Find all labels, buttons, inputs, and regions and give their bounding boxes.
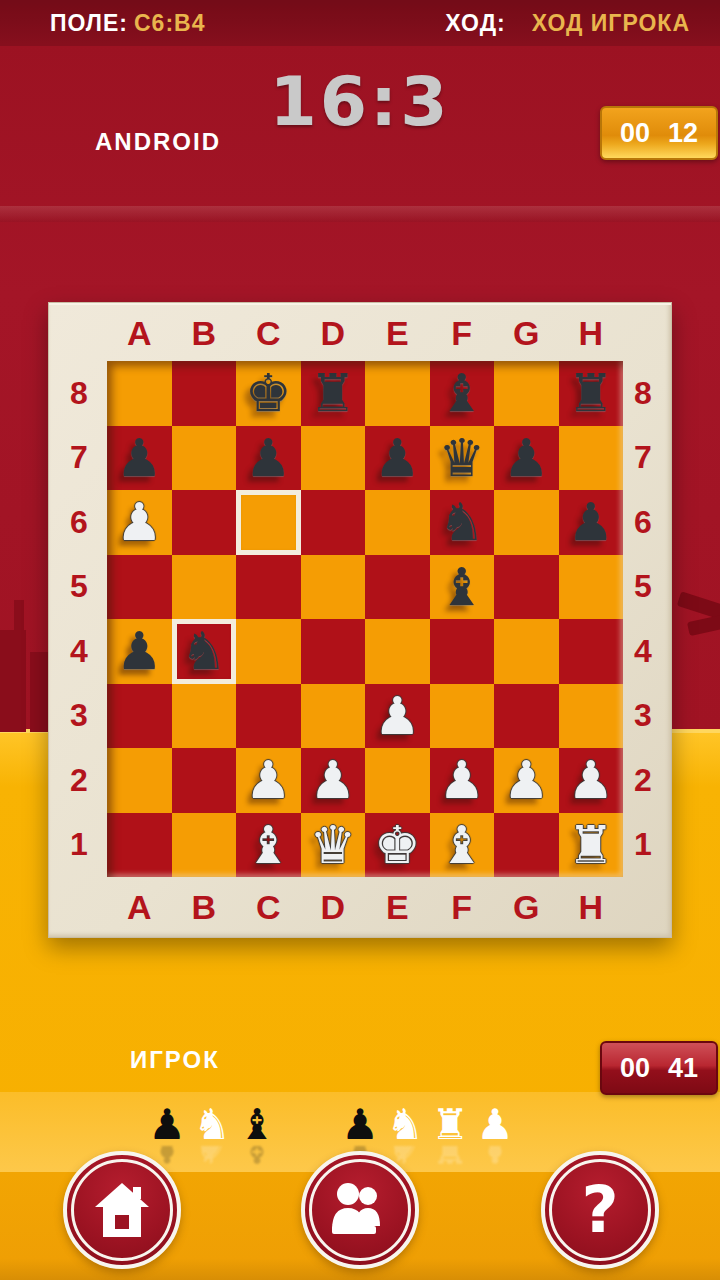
square-d4[interactable]: [301, 619, 366, 684]
opponent-name: ANDROID: [95, 128, 221, 156]
square-h8[interactable]: ♜: [559, 361, 624, 426]
black-pawn[interactable]: ♟: [116, 432, 163, 484]
square-a4[interactable]: ♟: [107, 619, 172, 684]
square-g4[interactable]: [494, 619, 559, 684]
coordinate-label: A: [107, 881, 172, 933]
square-e3[interactable]: ♟: [365, 684, 430, 749]
black-knight[interactable]: ♞: [438, 496, 485, 548]
black-queen[interactable]: ♛: [438, 432, 485, 484]
square-h7[interactable]: [559, 426, 624, 491]
square-d3[interactable]: [301, 684, 366, 749]
file-labels-bottom: ABCDEFGH: [107, 881, 623, 933]
square-a7[interactable]: ♟: [107, 426, 172, 491]
black-bishop[interactable]: ♝: [438, 561, 485, 613]
square-a1[interactable]: [107, 813, 172, 878]
black-rook[interactable]: ♜: [309, 367, 356, 419]
opponent-clock-sec: 12: [668, 118, 698, 149]
square-d5[interactable]: [301, 555, 366, 620]
square-b2[interactable]: [172, 748, 237, 813]
square-a5[interactable]: [107, 555, 172, 620]
opponent-clock: 00 12: [600, 106, 718, 160]
white-bishop[interactable]: ♝: [245, 819, 292, 871]
black-knight[interactable]: ♞: [180, 625, 227, 677]
file-labels-top: ABCDEFGH: [107, 307, 623, 359]
square-g2[interactable]: ♟: [494, 748, 559, 813]
square-b1[interactable]: [172, 813, 237, 878]
white-pawn[interactable]: ♟: [503, 754, 550, 806]
square-e7[interactable]: ♟: [365, 426, 430, 491]
rank-labels-left: 87654321: [53, 361, 105, 877]
rank-labels-right: 87654321: [617, 361, 669, 877]
player-clock: 00 41: [600, 1041, 718, 1095]
field-label: ПОЛЕ:: [50, 10, 128, 37]
black-bishop[interactable]: ♝: [438, 367, 485, 419]
last-move-group: ПОЛЕ: C6:B4: [50, 10, 205, 37]
square-c8[interactable]: ♚: [236, 361, 301, 426]
square-d1[interactable]: ♛: [301, 813, 366, 878]
square-g7[interactable]: ♟: [494, 426, 559, 491]
square-g6[interactable]: [494, 490, 559, 555]
square-h4[interactable]: [559, 619, 624, 684]
home-icon: [67, 1155, 177, 1265]
coordinate-label: 7: [53, 426, 105, 491]
square-e4[interactable]: [365, 619, 430, 684]
square-c5[interactable]: [236, 555, 301, 620]
black-pawn[interactable]: ♟: [245, 432, 292, 484]
players-icon: [305, 1155, 415, 1265]
square-f8[interactable]: ♝: [430, 361, 495, 426]
help-button[interactable]: ?: [541, 1151, 659, 1269]
square-a3[interactable]: [107, 684, 172, 749]
square-a6[interactable]: ♟: [107, 490, 172, 555]
players-button[interactable]: [301, 1151, 419, 1269]
player-clock-min: 00: [620, 1053, 650, 1084]
coordinate-label: 2: [617, 748, 669, 813]
square-h6[interactable]: ♟: [559, 490, 624, 555]
coordinate-label: 1: [617, 813, 669, 878]
square-b7[interactable]: [172, 426, 237, 491]
square-f1[interactable]: ♝: [430, 813, 495, 878]
coordinate-label: H: [559, 307, 624, 359]
coordinate-label: 8: [617, 361, 669, 426]
square-b3[interactable]: [172, 684, 237, 749]
white-bishop[interactable]: ♝: [438, 819, 485, 871]
black-pawn[interactable]: ♟: [503, 432, 550, 484]
coordinate-label: A: [107, 307, 172, 359]
question-icon: ?: [545, 1155, 655, 1265]
square-b5[interactable]: [172, 555, 237, 620]
coordinate-label: E: [365, 881, 430, 933]
white-king[interactable]: ♚: [374, 819, 421, 871]
chess-app-screen: ПОЛЕ: C6:B4 ХОД: ХОД ИГРОКА 16:3 ANDROID…: [0, 0, 720, 1280]
coordinate-label: 5: [617, 555, 669, 620]
white-pawn[interactable]: ♟: [567, 754, 614, 806]
square-g8[interactable]: [494, 361, 559, 426]
square-c4[interactable]: [236, 619, 301, 684]
coordinate-label: E: [365, 307, 430, 359]
square-d6[interactable]: [301, 490, 366, 555]
white-pawn[interactable]: ♟: [245, 754, 292, 806]
white-pawn[interactable]: ♟: [438, 754, 485, 806]
square-f6[interactable]: ♞: [430, 490, 495, 555]
square-h5[interactable]: [559, 555, 624, 620]
coordinate-label: 5: [53, 555, 105, 620]
captured-white-rook: ♜♜: [430, 1104, 470, 1168]
coordinate-label: G: [494, 881, 559, 933]
coordinate-label: 3: [617, 684, 669, 749]
coordinate-label: C: [236, 881, 301, 933]
coordinate-label: G: [494, 307, 559, 359]
coordinate-label: H: [559, 881, 624, 933]
square-g1[interactable]: [494, 813, 559, 878]
square-e2[interactable]: [365, 748, 430, 813]
coordinate-label: 8: [53, 361, 105, 426]
background-divider-band: [0, 206, 720, 222]
turn-group: ХОД: ХОД ИГРОКА: [445, 10, 690, 37]
square-a2[interactable]: [107, 748, 172, 813]
black-pawn[interactable]: ♟: [567, 496, 614, 548]
square-c7[interactable]: ♟: [236, 426, 301, 491]
square-b8[interactable]: [172, 361, 237, 426]
square-e1[interactable]: ♚: [365, 813, 430, 878]
white-pawn[interactable]: ♟: [374, 690, 421, 742]
square-c2[interactable]: ♟: [236, 748, 301, 813]
square-g5[interactable]: [494, 555, 559, 620]
square-c6[interactable]: [236, 490, 301, 555]
player-clock-sec: 41: [668, 1053, 698, 1084]
coordinate-label: B: [172, 307, 237, 359]
coordinate-label: D: [301, 307, 366, 359]
square-f3[interactable]: [430, 684, 495, 749]
opponent-clock-min: 00: [620, 118, 650, 149]
square-c3[interactable]: [236, 684, 301, 749]
coordinate-label: 6: [53, 490, 105, 555]
coordinate-label: 2: [53, 748, 105, 813]
coordinate-label: B: [172, 881, 237, 933]
black-rook[interactable]: ♜: [567, 367, 614, 419]
coordinate-label: 1: [53, 813, 105, 878]
captured-white-pawn: ♟♟: [475, 1104, 515, 1168]
square-d8[interactable]: ♜: [301, 361, 366, 426]
square-f5[interactable]: ♝: [430, 555, 495, 620]
coordinate-label: F: [430, 881, 495, 933]
coordinate-label: C: [236, 307, 301, 359]
coordinate-label: 3: [53, 684, 105, 749]
square-h3[interactable]: [559, 684, 624, 749]
square-b6[interactable]: [172, 490, 237, 555]
square-c1[interactable]: ♝: [236, 813, 301, 878]
square-h2[interactable]: ♟: [559, 748, 624, 813]
square-d7[interactable]: [301, 426, 366, 491]
coordinate-label: D: [301, 881, 366, 933]
captured-black-bishop: ♝♝: [237, 1104, 277, 1168]
move-value: ХОД ИГРОКА: [532, 10, 690, 37]
square-e8[interactable]: [365, 361, 430, 426]
home-button[interactable]: [63, 1151, 181, 1269]
white-pawn[interactable]: ♟: [309, 754, 356, 806]
captured-white-knight: ♞♞: [192, 1104, 232, 1168]
square-e5[interactable]: [365, 555, 430, 620]
square-b4[interactable]: ♞: [172, 619, 237, 684]
player-name: ИГРОК: [130, 1046, 220, 1074]
coordinate-label: F: [430, 307, 495, 359]
square-a8[interactable]: [107, 361, 172, 426]
move-label: ХОД:: [445, 10, 505, 37]
square-h1[interactable]: ♜: [559, 813, 624, 878]
square-f2[interactable]: ♟: [430, 748, 495, 813]
square-e6[interactable]: [365, 490, 430, 555]
coordinate-label: 4: [617, 619, 669, 684]
coordinate-label: 6: [617, 490, 669, 555]
square-f7[interactable]: ♛: [430, 426, 495, 491]
board-grid: ♚♜♝♜♟♟♟♛♟♟♞♟♝♟♞♟♟♟♟♟♟♝♛♚♝♜: [107, 361, 623, 877]
square-f4[interactable]: [430, 619, 495, 684]
top-status-bar: ПОЛЕ: C6:B4 ХОД: ХОД ИГРОКА: [0, 10, 720, 37]
coordinate-label: 4: [53, 619, 105, 684]
white-rook[interactable]: ♜: [567, 819, 614, 871]
square-g3[interactable]: [494, 684, 559, 749]
black-pawn[interactable]: ♟: [374, 432, 421, 484]
white-pawn[interactable]: ♟: [116, 496, 163, 548]
coordinate-label: 7: [617, 426, 669, 491]
black-pawn[interactable]: ♟: [116, 625, 163, 677]
field-value: C6:B4: [134, 10, 205, 37]
black-king[interactable]: ♚: [245, 367, 292, 419]
white-queen[interactable]: ♛: [309, 819, 356, 871]
square-d2[interactable]: ♟: [301, 748, 366, 813]
